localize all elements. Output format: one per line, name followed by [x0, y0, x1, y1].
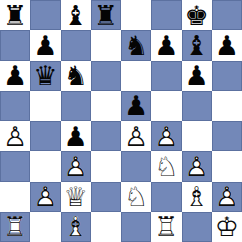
square-d8[interactable]: ♜ [91, 0, 121, 30]
square-b3[interactable] [30, 151, 60, 181]
black-rook-icon[interactable]: ♜ [91, 0, 121, 30]
white-pawn-icon[interactable]: ♙ [182, 151, 212, 181]
square-a7[interactable] [0, 30, 30, 60]
square-h7[interactable]: ♟ [212, 30, 242, 60]
square-c8[interactable]: ♝ [61, 0, 91, 30]
square-e1[interactable] [121, 212, 151, 242]
square-c3[interactable]: ♟♙ [61, 151, 91, 181]
square-e4[interactable]: ♟♙ [121, 121, 151, 151]
white-pawn-icon[interactable]: ♙ [212, 182, 242, 212]
square-d5[interactable] [91, 91, 121, 121]
square-f1[interactable]: ♜♖ [151, 212, 181, 242]
square-c4[interactable]: ♟ [61, 121, 91, 151]
square-e6[interactable] [121, 61, 151, 91]
black-pawn-icon[interactable]: ♟ [151, 30, 181, 60]
white-rook-icon[interactable]: ♖ [0, 212, 30, 242]
square-f5[interactable] [151, 91, 181, 121]
square-a2[interactable] [0, 182, 30, 212]
square-f4[interactable]: ♟♙ [151, 121, 181, 151]
white-rook-icon[interactable]: ♖ [151, 212, 181, 242]
white-queen-icon[interactable]: ♕ [61, 182, 91, 212]
square-b8[interactable] [30, 0, 60, 30]
square-d2[interactable] [91, 182, 121, 212]
white-pawn-icon-fill: ♟ [61, 151, 91, 181]
square-e5[interactable]: ♟ [121, 91, 151, 121]
black-pawn-icon[interactable]: ♟ [0, 61, 30, 91]
square-a8[interactable]: ♜ [0, 0, 30, 30]
black-knight-icon[interactable]: ♞ [121, 30, 151, 60]
square-c6[interactable]: ♞ [61, 61, 91, 91]
square-e2[interactable]: ♞♘ [121, 182, 151, 212]
square-h3[interactable] [212, 151, 242, 181]
black-bishop-icon[interactable]: ♝ [182, 30, 212, 60]
white-pawn-icon[interactable]: ♙ [0, 121, 30, 151]
square-a1[interactable]: ♜♖ [0, 212, 30, 242]
square-d6[interactable] [91, 61, 121, 91]
square-f3[interactable]: ♞♘ [151, 151, 181, 181]
white-knight-icon-fill: ♞ [121, 182, 151, 212]
square-h6[interactable] [212, 61, 242, 91]
square-g2[interactable]: ♝♗ [182, 182, 212, 212]
black-queen-icon[interactable]: ♛ [30, 61, 60, 91]
square-f6[interactable] [151, 61, 181, 91]
white-pawn-icon[interactable]: ♙ [121, 121, 151, 151]
black-pawn-icon[interactable]: ♟ [61, 121, 91, 151]
square-b1[interactable] [30, 212, 60, 242]
square-e3[interactable] [121, 151, 151, 181]
square-b4[interactable] [30, 121, 60, 151]
square-b7[interactable]: ♟ [30, 30, 60, 60]
square-d1[interactable] [91, 212, 121, 242]
square-c1[interactable]: ♝♗ [61, 212, 91, 242]
black-knight-icon[interactable]: ♞ [61, 61, 91, 91]
square-g4[interactable] [182, 121, 212, 151]
black-king-icon[interactable]: ♚ [182, 0, 212, 30]
square-d7[interactable] [91, 30, 121, 60]
square-c7[interactable] [61, 30, 91, 60]
white-queen-icon-fill: ♛ [61, 182, 91, 212]
square-h4[interactable] [212, 121, 242, 151]
white-pawn-icon-fill: ♟ [182, 151, 212, 181]
white-pawn-icon[interactable]: ♙ [61, 151, 91, 181]
white-pawn-icon-fill: ♟ [121, 121, 151, 151]
square-e8[interactable] [121, 0, 151, 30]
square-d3[interactable] [91, 151, 121, 181]
white-pawn-icon-fill: ♟ [212, 182, 242, 212]
white-bishop-icon-fill: ♝ [61, 212, 91, 242]
white-bishop-icon[interactable]: ♗ [61, 212, 91, 242]
square-a6[interactable]: ♟ [0, 61, 30, 91]
white-bishop-icon[interactable]: ♗ [182, 182, 212, 212]
white-knight-icon[interactable]: ♘ [151, 151, 181, 181]
square-g3[interactable]: ♟♙ [182, 151, 212, 181]
white-knight-icon-fill: ♞ [151, 151, 181, 181]
square-b2[interactable]: ♟♙ [30, 182, 60, 212]
white-pawn-icon-fill: ♟ [151, 121, 181, 151]
white-bishop-icon-fill: ♝ [182, 182, 212, 212]
square-f7[interactable]: ♟ [151, 30, 181, 60]
black-rook-icon[interactable]: ♜ [0, 0, 30, 30]
black-pawn-icon[interactable]: ♟ [212, 30, 242, 60]
square-h5[interactable] [212, 91, 242, 121]
square-g6[interactable]: ♟ [182, 61, 212, 91]
square-c5[interactable] [61, 91, 91, 121]
white-pawn-icon[interactable]: ♙ [151, 121, 181, 151]
square-c2[interactable]: ♛♕ [61, 182, 91, 212]
square-h2[interactable]: ♟♙ [212, 182, 242, 212]
square-g5[interactable] [182, 91, 212, 121]
white-rook-icon-fill: ♜ [0, 212, 30, 242]
square-d4[interactable] [91, 121, 121, 151]
square-f8[interactable] [151, 0, 181, 30]
black-pawn-icon[interactable]: ♟ [182, 61, 212, 91]
square-f2[interactable] [151, 182, 181, 212]
square-h8[interactable] [212, 0, 242, 30]
white-pawn-icon[interactable]: ♙ [30, 182, 60, 212]
white-king-icon-fill: ♚ [212, 212, 242, 242]
square-h1[interactable]: ♚♔ [212, 212, 242, 242]
square-a4[interactable]: ♟♙ [0, 121, 30, 151]
black-bishop-icon[interactable]: ♝ [61, 0, 91, 30]
black-pawn-icon[interactable]: ♟ [121, 91, 151, 121]
square-a3[interactable] [0, 151, 30, 181]
white-pawn-icon-fill: ♟ [0, 121, 30, 151]
square-a5[interactable] [0, 91, 30, 121]
white-knight-icon[interactable]: ♘ [121, 182, 151, 212]
white-rook-icon-fill: ♜ [151, 212, 181, 242]
square-g1[interactable] [182, 212, 212, 242]
square-g8[interactable]: ♚ [182, 0, 212, 30]
chess-app: ♜♝♜♚♟♞♟♝♟♟♛♞♟♟♟♙♟♟♙♟♙♟♙♞♘♟♙♟♙♛♕♞♘♝♗♟♙♜♖♝… [0, 0, 242, 242]
black-pawn-icon[interactable]: ♟ [30, 30, 60, 60]
square-e7[interactable]: ♞ [121, 30, 151, 60]
white-pawn-icon-fill: ♟ [30, 182, 60, 212]
square-g7[interactable]: ♝ [182, 30, 212, 60]
square-b6[interactable]: ♛ [30, 61, 60, 91]
square-b5[interactable] [30, 91, 60, 121]
chess-board: ♜♝♜♚♟♞♟♝♟♟♛♞♟♟♟♙♟♟♙♟♙♟♙♞♘♟♙♟♙♛♕♞♘♝♗♟♙♜♖♝… [0, 0, 242, 242]
white-king-icon[interactable]: ♔ [212, 212, 242, 242]
